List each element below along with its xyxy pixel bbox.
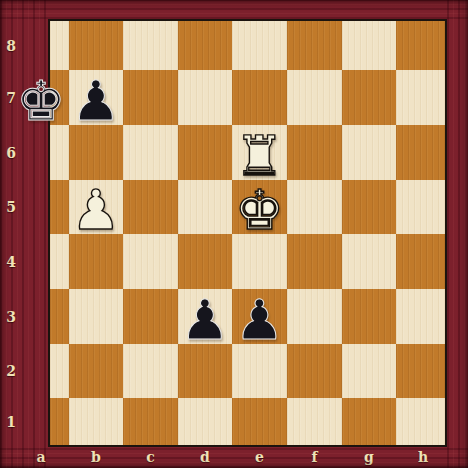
piece-black-pawn-d3[interactable]: ♟	[176, 291, 234, 349]
square-a6[interactable]	[50, 125, 69, 180]
square-c2[interactable]	[123, 344, 178, 398]
square-c7[interactable]	[123, 70, 178, 125]
board-frame: 87654321 abcdefgh ♚♟♜♟♚♟♟	[0, 0, 468, 468]
square-e8[interactable]	[232, 21, 287, 70]
square-g1[interactable]	[342, 398, 396, 445]
frame-edge-top	[0, 0, 468, 19]
square-a2[interactable]	[50, 344, 69, 398]
square-d8[interactable]	[178, 21, 232, 70]
square-b2[interactable]	[69, 344, 123, 398]
file-label-a: a	[32, 449, 50, 465]
square-f5[interactable]	[287, 180, 342, 234]
piece-black-pawn-b7[interactable]: ♟	[67, 72, 125, 130]
rank-label-1: 1	[2, 414, 20, 430]
square-e1[interactable]	[232, 398, 287, 445]
square-a4[interactable]	[50, 234, 69, 289]
rank-label-8: 8	[2, 38, 20, 54]
file-label-e: e	[251, 449, 269, 465]
square-g3[interactable]	[342, 289, 396, 344]
square-h7[interactable]	[396, 70, 445, 125]
square-e7[interactable]	[232, 70, 287, 125]
square-c8[interactable]	[123, 21, 178, 70]
file-label-g: g	[360, 449, 378, 465]
rank-label-5: 5	[2, 199, 20, 215]
square-g2[interactable]	[342, 344, 396, 398]
rank-label-4: 4	[2, 254, 20, 270]
piece-white-pawn-b5[interactable]: ♟	[67, 181, 125, 239]
square-g8[interactable]	[342, 21, 396, 70]
frame-edge-bottom	[0, 447, 468, 468]
square-b8[interactable]	[69, 21, 123, 70]
square-b6[interactable]	[69, 125, 123, 180]
square-c3[interactable]	[123, 289, 178, 344]
file-label-f: f	[306, 449, 324, 465]
rank-label-6: 6	[2, 145, 20, 161]
square-a3[interactable]	[50, 289, 69, 344]
square-h6[interactable]	[396, 125, 445, 180]
file-label-d: d	[196, 449, 214, 465]
square-d5[interactable]	[178, 180, 232, 234]
square-d2[interactable]	[178, 344, 232, 398]
square-f8[interactable]	[287, 21, 342, 70]
file-label-h: h	[414, 449, 432, 465]
square-e2[interactable]	[232, 344, 287, 398]
square-f2[interactable]	[287, 344, 342, 398]
square-c1[interactable]	[123, 398, 178, 445]
square-f3[interactable]	[287, 289, 342, 344]
rank-label-3: 3	[2, 309, 20, 325]
square-b1[interactable]	[69, 398, 123, 445]
square-h4[interactable]	[396, 234, 445, 289]
square-d4[interactable]	[178, 234, 232, 289]
square-g5[interactable]	[342, 180, 396, 234]
file-label-c: c	[142, 449, 160, 465]
square-c4[interactable]	[123, 234, 178, 289]
square-g4[interactable]	[342, 234, 396, 289]
piece-black-king-a7[interactable]: ♚	[12, 72, 70, 130]
square-d7[interactable]	[178, 70, 232, 125]
square-d1[interactable]	[178, 398, 232, 445]
square-h1[interactable]	[396, 398, 445, 445]
square-b3[interactable]	[69, 289, 123, 344]
square-h8[interactable]	[396, 21, 445, 70]
rank-label-2: 2	[2, 363, 20, 379]
square-f1[interactable]	[287, 398, 342, 445]
square-b4[interactable]	[69, 234, 123, 289]
square-h5[interactable]	[396, 180, 445, 234]
square-a8[interactable]	[50, 21, 69, 70]
file-label-b: b	[87, 449, 105, 465]
square-f4[interactable]	[287, 234, 342, 289]
square-c5[interactable]	[123, 180, 178, 234]
piece-white-rook-e6[interactable]: ♜	[231, 127, 289, 185]
frame-edge-right	[447, 0, 468, 468]
piece-black-pawn-e3[interactable]: ♟	[231, 291, 289, 349]
square-f6[interactable]	[287, 125, 342, 180]
square-a1[interactable]	[50, 398, 69, 445]
square-d6[interactable]	[178, 125, 232, 180]
square-c6[interactable]	[123, 125, 178, 180]
square-f7[interactable]	[287, 70, 342, 125]
square-g7[interactable]	[342, 70, 396, 125]
square-e4[interactable]	[232, 234, 287, 289]
square-h2[interactable]	[396, 344, 445, 398]
piece-white-king-e5[interactable]: ♚	[231, 181, 289, 239]
square-h3[interactable]	[396, 289, 445, 344]
square-g6[interactable]	[342, 125, 396, 180]
